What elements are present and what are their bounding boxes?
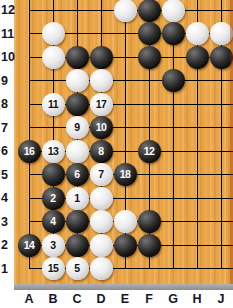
board-cell[interactable] [41, 163, 65, 187]
board-cell[interactable]: 3 [41, 233, 65, 257]
black-stone[interactable] [66, 46, 89, 69]
board-cell[interactable]: 11 [41, 92, 65, 116]
black-stone[interactable] [66, 234, 89, 257]
board-cell[interactable] [161, 92, 185, 116]
go-diagram: 111791016138126718214143155 121110987654… [0, 0, 233, 308]
white-stone[interactable]: 7 [90, 163, 113, 186]
col-label: A [21, 291, 37, 307]
col-label: C [69, 291, 85, 307]
board-cell[interactable] [17, 69, 41, 93]
board-cell[interactable]: 2 [41, 186, 65, 210]
row-label: 1 [0, 260, 16, 278]
row-label: 11 [0, 25, 16, 43]
board-cell[interactable] [113, 69, 137, 93]
board-cell[interactable] [41, 116, 65, 140]
move-number: 5 [74, 263, 79, 274]
board-cell[interactable] [161, 69, 185, 93]
row-label: 12 [0, 1, 16, 19]
black-stone[interactable] [162, 22, 185, 45]
board-cell[interactable] [65, 210, 89, 234]
move-number: 2 [50, 193, 55, 204]
board-cell[interactable] [185, 233, 209, 257]
board-cell[interactable]: 8 [89, 139, 113, 163]
board-cell[interactable] [65, 22, 89, 46]
board-cell[interactable] [65, 45, 89, 69]
white-stone[interactable] [90, 234, 113, 257]
board-cell[interactable] [17, 186, 41, 210]
board-cell[interactable]: 18 [113, 163, 137, 187]
board-cell[interactable] [185, 163, 209, 187]
move-number: 3 [50, 240, 55, 251]
board-cell[interactable] [41, 69, 65, 93]
board-cell[interactable] [17, 163, 41, 187]
col-label: B [45, 291, 61, 307]
board-cell[interactable] [89, 257, 113, 281]
board-cell[interactable] [137, 186, 161, 210]
white-stone[interactable] [42, 46, 65, 69]
board-cell[interactable] [65, 69, 89, 93]
white-stone[interactable]: 3 [42, 234, 65, 257]
board-right-edge [230, 0, 233, 284]
black-stone[interactable] [90, 46, 113, 69]
white-stone[interactable] [90, 210, 113, 233]
row-label: 5 [0, 166, 16, 184]
row-label: 7 [0, 119, 16, 137]
move-number: 18 [120, 169, 131, 180]
black-stone[interactable]: 6 [66, 163, 89, 186]
board-cell[interactable]: 10 [89, 116, 113, 140]
board-cell[interactable] [113, 233, 137, 257]
white-stone[interactable] [90, 187, 113, 210]
move-number: 17 [96, 99, 107, 110]
board-cell[interactable] [113, 116, 137, 140]
board-cell[interactable] [17, 92, 41, 116]
board-cell[interactable] [41, 22, 65, 46]
white-stone[interactable] [66, 140, 89, 163]
white-stone[interactable]: 13 [42, 140, 65, 163]
black-stone[interactable] [138, 22, 161, 45]
board-cell[interactable]: 6 [65, 163, 89, 187]
move-number: 9 [74, 122, 79, 133]
black-stone[interactable]: 16 [18, 140, 41, 163]
board-shadow [14, 284, 233, 290]
black-stone[interactable]: 8 [90, 140, 113, 163]
board-cell[interactable]: 9 [65, 116, 89, 140]
board-cell[interactable]: 17 [89, 92, 113, 116]
row-label: 2 [0, 236, 16, 254]
row-label: 8 [0, 95, 16, 113]
board-cell[interactable] [89, 233, 113, 257]
board-grid: 111791016138126718214143155 [17, 0, 233, 280]
board-cell[interactable] [41, 0, 65, 22]
board-cell[interactable] [17, 257, 41, 281]
move-number: 12 [144, 146, 155, 157]
board-cell[interactable] [185, 0, 209, 22]
board-cell[interactable]: 4 [41, 210, 65, 234]
board-cell[interactable] [113, 210, 137, 234]
white-stone[interactable]: 11 [42, 93, 65, 116]
board-cell[interactable] [137, 163, 161, 187]
board-cell[interactable] [89, 22, 113, 46]
col-label: E [117, 291, 133, 307]
board-cell[interactable] [161, 186, 185, 210]
move-number: 11 [48, 99, 58, 110]
board-cell[interactable] [89, 0, 113, 22]
board-cell[interactable] [89, 45, 113, 69]
black-stone[interactable] [138, 210, 161, 233]
board-cell[interactable] [65, 139, 89, 163]
board-cell[interactable] [17, 210, 41, 234]
board-cell[interactable] [161, 116, 185, 140]
white-stone[interactable] [90, 69, 113, 92]
board-cell[interactable] [113, 139, 137, 163]
row-label: 6 [0, 142, 16, 160]
board-cell[interactable] [161, 45, 185, 69]
board-cell[interactable] [65, 233, 89, 257]
board-cell[interactable] [185, 257, 209, 281]
white-stone[interactable]: 17 [90, 93, 113, 116]
black-stone[interactable]: 18 [114, 163, 137, 186]
board-cell[interactable] [17, 116, 41, 140]
board-cell[interactable] [137, 22, 161, 46]
move-number: 7 [98, 169, 103, 180]
black-stone[interactable]: 10 [90, 116, 113, 139]
board-cell[interactable] [185, 92, 209, 116]
white-stone[interactable] [114, 0, 137, 22]
black-stone[interactable]: 4 [42, 210, 65, 233]
board-cell[interactable] [89, 210, 113, 234]
black-stone[interactable]: 2 [42, 187, 65, 210]
move-number: 10 [96, 122, 107, 133]
board-cell[interactable]: 1 [65, 186, 89, 210]
col-label: D [93, 291, 109, 307]
board-cell[interactable] [161, 139, 185, 163]
white-stone[interactable] [186, 22, 209, 45]
move-number: 4 [50, 216, 55, 227]
black-stone[interactable] [162, 69, 185, 92]
board-cell[interactable]: 5 [65, 257, 89, 281]
move-number: 14 [24, 240, 35, 251]
board-cell[interactable]: 7 [89, 163, 113, 187]
board-cell[interactable] [185, 139, 209, 163]
board-cell[interactable]: 12 [137, 139, 161, 163]
board-cell[interactable] [185, 45, 209, 69]
black-stone[interactable] [114, 234, 137, 257]
board-cell[interactable] [161, 22, 185, 46]
board-cell[interactable] [137, 210, 161, 234]
board-cell[interactable] [89, 186, 113, 210]
row-label: 4 [0, 189, 16, 207]
col-label: F [141, 291, 157, 307]
white-stone[interactable]: 15 [42, 257, 65, 280]
row-label: 10 [0, 48, 16, 66]
board-cell[interactable] [137, 45, 161, 69]
board-cell[interactable] [65, 0, 89, 22]
black-stone[interactable] [138, 46, 161, 69]
board-cell[interactable] [161, 0, 185, 22]
board-cell[interactable] [161, 163, 185, 187]
board-cell[interactable] [113, 92, 137, 116]
board-cell[interactable] [113, 186, 137, 210]
white-stone[interactable] [66, 69, 89, 92]
board-cell[interactable] [17, 45, 41, 69]
board-cell[interactable]: 15 [41, 257, 65, 281]
board-cell[interactable] [17, 22, 41, 46]
white-stone[interactable]: 1 [66, 187, 89, 210]
col-label: J [213, 291, 229, 307]
board-cell[interactable] [161, 257, 185, 281]
board-cell[interactable] [137, 116, 161, 140]
black-stone[interactable] [42, 163, 65, 186]
go-board[interactable]: 111791016138126718214143155 [14, 0, 233, 284]
board-cell[interactable] [17, 0, 41, 22]
row-label: 9 [0, 72, 16, 90]
move-number: 15 [48, 263, 59, 274]
board-cell[interactable] [137, 257, 161, 281]
board-cell[interactable] [185, 210, 209, 234]
board-cell[interactable] [185, 186, 209, 210]
board-cell[interactable] [185, 22, 209, 46]
white-stone[interactable]: 9 [66, 116, 89, 139]
board-cell[interactable] [137, 69, 161, 93]
board-cell[interactable] [137, 0, 161, 22]
board-cell[interactable]: 13 [41, 139, 65, 163]
move-number: 1 [74, 193, 79, 204]
col-label: H [189, 291, 205, 307]
white-stone[interactable]: 5 [66, 257, 89, 280]
black-stone[interactable] [66, 210, 89, 233]
board-cell[interactable]: 16 [17, 139, 41, 163]
col-label: G [165, 291, 181, 307]
move-number: 8 [98, 146, 103, 157]
white-stone[interactable] [114, 210, 137, 233]
move-number: 13 [48, 146, 59, 157]
board-cell[interactable] [41, 45, 65, 69]
board-cell[interactable] [137, 92, 161, 116]
board-cell[interactable] [185, 69, 209, 93]
board-cell[interactable] [89, 69, 113, 93]
black-stone[interactable] [138, 234, 161, 257]
board-cell[interactable] [113, 22, 137, 46]
move-number: 16 [24, 146, 35, 157]
board-cell[interactable] [161, 233, 185, 257]
white-stone[interactable] [162, 0, 185, 22]
board-cell[interactable] [113, 45, 137, 69]
board-cell[interactable] [113, 257, 137, 281]
move-number: 6 [74, 169, 79, 180]
board-cell[interactable] [65, 92, 89, 116]
board-cell[interactable] [161, 210, 185, 234]
black-stone[interactable] [186, 46, 209, 69]
black-stone[interactable] [138, 0, 161, 22]
board-cell[interactable] [185, 116, 209, 140]
board-cell[interactable]: 14 [17, 233, 41, 257]
black-stone[interactable] [66, 93, 89, 116]
row-label: 3 [0, 213, 16, 231]
black-stone[interactable]: 14 [18, 234, 41, 257]
white-stone[interactable] [90, 257, 113, 280]
board-cell[interactable] [113, 0, 137, 22]
black-stone[interactable]: 12 [138, 140, 161, 163]
white-stone[interactable] [42, 22, 65, 45]
board-cell[interactable] [137, 233, 161, 257]
